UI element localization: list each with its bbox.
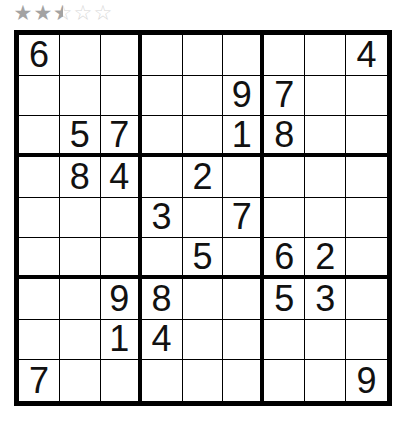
sudoku-cell-r4c5-given[interactable]: 2 xyxy=(183,157,224,198)
sudoku-cell-r6c4-empty[interactable] xyxy=(142,238,183,279)
sudoku-cell-r4c2-given[interactable]: 8 xyxy=(60,157,101,198)
sudoku-cell-r3c6-given[interactable]: 1 xyxy=(223,116,264,157)
sudoku-cell-r5c7-empty[interactable] xyxy=(264,198,305,239)
sudoku-cell-r7c7-given[interactable]: 5 xyxy=(264,279,305,320)
sudoku-cell-r5c9-empty[interactable] xyxy=(346,198,387,239)
sudoku-cell-r2c2-empty[interactable] xyxy=(60,76,101,117)
sudoku-cell-r1c1-given[interactable]: 6 xyxy=(19,35,60,76)
sudoku-cell-r9c9-given[interactable]: 9 xyxy=(346,360,387,401)
difficulty-star-rating: ★★☆★☆☆ xyxy=(13,1,113,25)
sudoku-cell-r9c5-empty[interactable] xyxy=(183,360,224,401)
sudoku-cell-r3c4-empty[interactable] xyxy=(142,116,183,157)
sudoku-cell-r4c3-given[interactable]: 4 xyxy=(101,157,142,198)
sudoku-cell-r7c1-empty[interactable] xyxy=(19,279,60,320)
sudoku-cell-r4c4-empty[interactable] xyxy=(142,157,183,198)
sudoku-cell-r1c4-empty[interactable] xyxy=(142,35,183,76)
sudoku-cell-r1c8-empty[interactable] xyxy=(305,35,346,76)
sudoku-cell-r7c2-empty[interactable] xyxy=(60,279,101,320)
sudoku-cell-r4c6-empty[interactable] xyxy=(223,157,264,198)
sudoku-board: 649757188423756298531479 xyxy=(14,30,392,406)
sudoku-cell-r9c8-empty[interactable] xyxy=(305,360,346,401)
sudoku-cell-r7c4-given[interactable]: 8 xyxy=(142,279,183,320)
star-icon-3-half: ☆★ xyxy=(53,1,73,25)
sudoku-cell-r8c9-empty[interactable] xyxy=(346,320,387,361)
sudoku-cell-r5c1-empty[interactable] xyxy=(19,198,60,239)
sudoku-cell-r3c1-empty[interactable] xyxy=(19,116,60,157)
sudoku-cell-r2c5-empty[interactable] xyxy=(183,76,224,117)
sudoku-cell-r7c9-empty[interactable] xyxy=(346,279,387,320)
sudoku-cell-r6c1-empty[interactable] xyxy=(19,238,60,279)
sudoku-cell-r5c2-empty[interactable] xyxy=(60,198,101,239)
sudoku-cell-r9c7-empty[interactable] xyxy=(264,360,305,401)
sudoku-cell-r8c2-empty[interactable] xyxy=(60,320,101,361)
sudoku-cell-r1c3-empty[interactable] xyxy=(101,35,142,76)
sudoku-cell-r1c2-empty[interactable] xyxy=(60,35,101,76)
sudoku-cell-r2c9-empty[interactable] xyxy=(346,76,387,117)
sudoku-cell-r3c9-empty[interactable] xyxy=(346,116,387,157)
sudoku-cell-r7c6-empty[interactable] xyxy=(223,279,264,320)
sudoku-cell-r3c7-given[interactable]: 8 xyxy=(264,116,305,157)
sudoku-cell-r1c9-given[interactable]: 4 xyxy=(346,35,387,76)
sudoku-cell-r5c3-empty[interactable] xyxy=(101,198,142,239)
sudoku-cell-r3c8-empty[interactable] xyxy=(305,116,346,157)
sudoku-cell-r6c3-empty[interactable] xyxy=(101,238,142,279)
sudoku-cell-r7c8-given[interactable]: 3 xyxy=(305,279,346,320)
sudoku-cell-r2c7-given[interactable]: 7 xyxy=(264,76,305,117)
sudoku-cell-r1c5-empty[interactable] xyxy=(183,35,224,76)
sudoku-cell-r4c7-empty[interactable] xyxy=(264,157,305,198)
sudoku-cell-r3c2-given[interactable]: 5 xyxy=(60,116,101,157)
sudoku-cell-r8c1-empty[interactable] xyxy=(19,320,60,361)
sudoku-cell-r5c8-empty[interactable] xyxy=(305,198,346,239)
sudoku-cell-r9c3-empty[interactable] xyxy=(101,360,142,401)
sudoku-cell-r4c1-empty[interactable] xyxy=(19,157,60,198)
sudoku-cell-r2c6-given[interactable]: 9 xyxy=(223,76,264,117)
sudoku-cell-r6c8-given[interactable]: 2 xyxy=(305,238,346,279)
sudoku-cell-r8c7-empty[interactable] xyxy=(264,320,305,361)
sudoku-cell-r1c6-empty[interactable] xyxy=(223,35,264,76)
sudoku-cell-r9c6-empty[interactable] xyxy=(223,360,264,401)
sudoku-cell-r5c5-empty[interactable] xyxy=(183,198,224,239)
sudoku-cell-r7c5-empty[interactable] xyxy=(183,279,224,320)
sudoku-cell-r6c9-empty[interactable] xyxy=(346,238,387,279)
sudoku-cell-r9c4-empty[interactable] xyxy=(142,360,183,401)
sudoku-cell-r8c8-empty[interactable] xyxy=(305,320,346,361)
sudoku-cell-r3c5-empty[interactable] xyxy=(183,116,224,157)
star-icon-4-empty: ☆ xyxy=(73,1,93,25)
sudoku-cell-r8c4-given[interactable]: 4 xyxy=(142,320,183,361)
sudoku-cell-r9c1-given[interactable]: 7 xyxy=(19,360,60,401)
sudoku-cell-r2c8-empty[interactable] xyxy=(305,76,346,117)
sudoku-cell-r2c4-empty[interactable] xyxy=(142,76,183,117)
sudoku-cell-r6c2-empty[interactable] xyxy=(60,238,101,279)
star-icon-1-full: ★ xyxy=(13,1,33,25)
sudoku-cell-r4c8-empty[interactable] xyxy=(305,157,346,198)
sudoku-cell-r4c9-empty[interactable] xyxy=(346,157,387,198)
sudoku-cell-r1c7-empty[interactable] xyxy=(264,35,305,76)
sudoku-cell-r9c2-empty[interactable] xyxy=(60,360,101,401)
sudoku-cell-r2c3-empty[interactable] xyxy=(101,76,142,117)
star-icon-2-full: ★ xyxy=(33,1,53,25)
star-icon-5-empty: ☆ xyxy=(93,1,113,25)
sudoku-cell-r6c6-empty[interactable] xyxy=(223,238,264,279)
sudoku-cell-r8c3-given[interactable]: 1 xyxy=(101,320,142,361)
sudoku-cell-r7c3-given[interactable]: 9 xyxy=(101,279,142,320)
sudoku-cell-r2c1-empty[interactable] xyxy=(19,76,60,117)
sudoku-cell-r5c4-given[interactable]: 3 xyxy=(142,198,183,239)
sudoku-cell-r6c5-given[interactable]: 5 xyxy=(183,238,224,279)
sudoku-cell-r3c3-given[interactable]: 7 xyxy=(101,116,142,157)
sudoku-cell-r8c6-empty[interactable] xyxy=(223,320,264,361)
sudoku-cell-r8c5-empty[interactable] xyxy=(183,320,224,361)
sudoku-cell-r5c6-given[interactable]: 7 xyxy=(223,198,264,239)
sudoku-cell-r6c7-given[interactable]: 6 xyxy=(264,238,305,279)
